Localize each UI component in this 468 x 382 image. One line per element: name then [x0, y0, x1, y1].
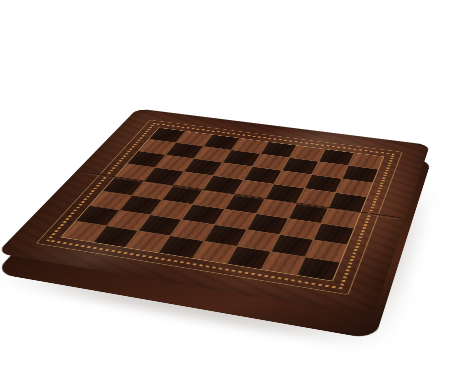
- rook-glyph: ♜: [70, 201, 99, 233]
- photo-background: ♜♞♝♚♛♝♞♜♟♟♟♟♟♟♟♟♟♟♟♟♟♟♟♟♜♞♝♚♛♝♞♜: [0, 0, 468, 382]
- rook-glyph: ♜: [303, 237, 333, 271]
- knight-glyph: ♞: [100, 202, 133, 239]
- queen-glyph: ♛: [196, 213, 233, 254]
- knight-glyph: ♞: [266, 227, 300, 265]
- chess-board: ♜♞♝♚♛♝♞♜♟♟♟♟♟♟♟♟♟♟♟♟♟♟♟♟♜♞♝♚♛♝♞♜: [0, 109, 430, 317]
- bishop-glyph: ♝: [232, 222, 266, 260]
